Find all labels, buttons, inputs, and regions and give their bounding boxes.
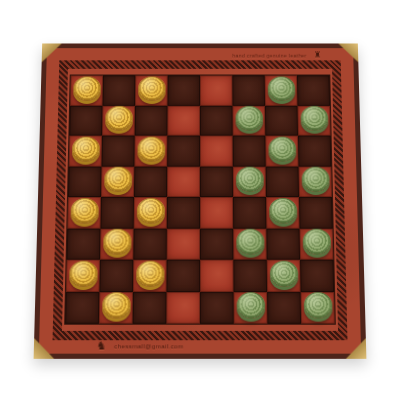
square-r4c4[interactable]: [167, 166, 200, 197]
knight-silhouette-icon: ♞: [96, 340, 107, 351]
brass-corner-bottom-left-icon: [34, 338, 55, 359]
square-r5c7[interactable]: [266, 197, 300, 228]
square-r8c5[interactable]: [200, 292, 234, 324]
square-r6c8[interactable]: [300, 228, 334, 260]
square-r2c6[interactable]: [232, 105, 265, 135]
yellow-checker[interactable]: [71, 136, 99, 161]
green-checker[interactable]: [235, 106, 263, 131]
square-r5c6[interactable]: [233, 197, 266, 228]
green-checker[interactable]: [267, 76, 295, 101]
square-r6c1[interactable]: [67, 228, 101, 260]
square-r4c2[interactable]: [101, 166, 134, 197]
yellow-checker[interactable]: [105, 106, 133, 131]
green-checker[interactable]: [269, 198, 297, 224]
embossed-brand-footer: ♞ chessmall@gmail.com: [96, 340, 183, 351]
square-r8c4[interactable]: [166, 292, 200, 324]
square-r5c2[interactable]: [100, 197, 134, 228]
square-r2c8[interactable]: [297, 105, 330, 135]
square-r1c1[interactable]: [70, 75, 103, 105]
yellow-checker[interactable]: [73, 76, 101, 101]
square-r6c3[interactable]: [133, 228, 167, 260]
yellow-checker[interactable]: [138, 76, 166, 101]
square-r7c8[interactable]: [300, 260, 334, 292]
square-r6c6[interactable]: [233, 228, 267, 260]
square-r7c1[interactable]: [66, 260, 100, 292]
square-r2c5[interactable]: [200, 105, 233, 135]
square-r3c8[interactable]: [298, 136, 331, 167]
square-r6c5[interactable]: [200, 228, 233, 260]
brass-corner-top-right-icon: [338, 43, 358, 62]
square-r4c3[interactable]: [134, 166, 167, 197]
square-r8c1[interactable]: [65, 292, 99, 324]
yellow-checker[interactable]: [136, 260, 165, 286]
square-r1c3[interactable]: [135, 75, 168, 105]
square-r8c7[interactable]: [267, 292, 301, 324]
square-r7c3[interactable]: [133, 260, 167, 292]
square-r4c7[interactable]: [266, 166, 299, 197]
square-r2c2[interactable]: [102, 105, 135, 135]
yellow-checker[interactable]: [70, 198, 99, 224]
green-checker[interactable]: [302, 229, 331, 255]
rook-emblem-icon: ♜: [314, 51, 322, 59]
square-r5c8[interactable]: [299, 197, 333, 228]
green-checker[interactable]: [236, 292, 265, 319]
square-r5c4[interactable]: [167, 197, 200, 228]
square-r3c7[interactable]: [265, 136, 298, 167]
square-r3c3[interactable]: [134, 136, 167, 167]
embossed-maker-mark: hand crafted genuine leather ♜: [232, 51, 322, 59]
square-r8c6[interactable]: [234, 292, 268, 324]
leather-checkers-mat: hand crafted genuine leather ♜ ♞ chessma…: [34, 43, 367, 358]
square-r4c8[interactable]: [298, 166, 332, 197]
square-r2c1[interactable]: [69, 105, 102, 135]
square-r1c7[interactable]: [265, 75, 298, 105]
brand-footer-text: chessmall@gmail.com: [114, 343, 183, 349]
square-r5c5[interactable]: [200, 197, 233, 228]
square-r2c4[interactable]: [167, 105, 200, 135]
square-r4c1[interactable]: [68, 166, 102, 197]
green-checker[interactable]: [269, 260, 298, 286]
square-r7c6[interactable]: [233, 260, 267, 292]
square-r1c5[interactable]: [200, 75, 232, 105]
square-r1c6[interactable]: [232, 75, 265, 105]
square-r7c5[interactable]: [200, 260, 234, 292]
yellow-checker[interactable]: [136, 198, 164, 224]
board-grid: [65, 75, 335, 323]
maker-mark-text: hand crafted genuine leather: [232, 52, 307, 58]
square-r3c2[interactable]: [102, 136, 135, 167]
square-r7c4[interactable]: [166, 260, 200, 292]
brass-corner-bottom-right-icon: [345, 338, 366, 359]
square-r2c3[interactable]: [135, 105, 168, 135]
square-r4c6[interactable]: [233, 166, 266, 197]
green-checker[interactable]: [268, 136, 296, 161]
green-checker[interactable]: [303, 292, 332, 319]
square-r3c1[interactable]: [69, 136, 102, 167]
green-checker[interactable]: [301, 167, 329, 192]
square-r5c1[interactable]: [67, 197, 101, 228]
yellow-checker[interactable]: [102, 292, 131, 319]
square-r1c2[interactable]: [103, 75, 136, 105]
yellow-checker[interactable]: [69, 260, 98, 286]
yellow-checker[interactable]: [104, 167, 132, 192]
green-checker[interactable]: [300, 106, 328, 131]
square-r4c5[interactable]: [200, 166, 233, 197]
square-r3c6[interactable]: [233, 136, 266, 167]
square-r7c7[interactable]: [267, 260, 301, 292]
green-checker[interactable]: [236, 229, 264, 255]
square-r3c5[interactable]: [200, 136, 233, 167]
green-checker[interactable]: [235, 167, 263, 192]
yellow-checker[interactable]: [137, 136, 165, 161]
square-r8c3[interactable]: [133, 292, 167, 324]
square-r1c4[interactable]: [168, 75, 200, 105]
square-r6c7[interactable]: [266, 228, 300, 260]
square-r7c2[interactable]: [99, 260, 133, 292]
yellow-checker[interactable]: [103, 229, 132, 255]
square-r2c7[interactable]: [265, 105, 298, 135]
square-r5c3[interactable]: [134, 197, 167, 228]
square-r6c2[interactable]: [100, 228, 134, 260]
square-r8c8[interactable]: [301, 292, 335, 324]
square-r6c4[interactable]: [167, 228, 200, 260]
photo-background: hand crafted genuine leather ♜ ♞ chessma…: [0, 0, 400, 400]
square-r1c8[interactable]: [297, 75, 330, 105]
square-r3c4[interactable]: [167, 136, 200, 167]
square-r8c2[interactable]: [99, 292, 133, 324]
